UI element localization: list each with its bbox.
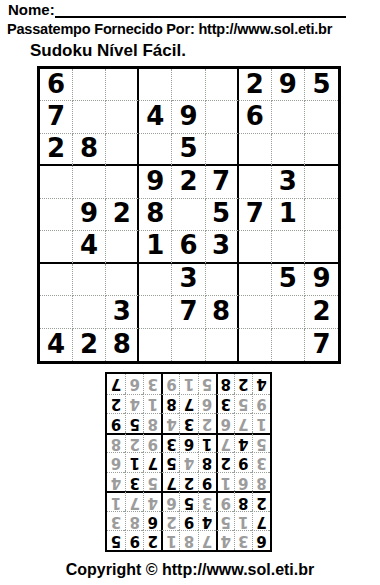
sudoku-cell-r1c5	[172, 69, 205, 101]
sudoku-cell-r5c6: 5	[206, 199, 239, 231]
sudoku-cell-r5c8: 1	[272, 199, 305, 231]
sudoku-cell-r5c9	[305, 199, 338, 231]
answer-cell-r3c8: 7	[125, 491, 143, 511]
sudoku-cell-r4c7	[239, 166, 272, 198]
answer-cell-r5c7: 7	[143, 452, 161, 472]
sudoku-cell-r9c1: 4	[40, 329, 73, 361]
sudoku-cell-r5c5	[172, 199, 205, 231]
sudoku-cell-r6c2: 4	[73, 231, 106, 263]
answer-cell-r1c1: 6	[252, 530, 270, 550]
answer-cell-r6c9: 8	[107, 433, 125, 453]
sudoku-cell-r9c7	[239, 329, 272, 361]
answer-cell-r8c2: 5	[234, 394, 252, 414]
sudoku-cell-r4c2	[73, 166, 106, 198]
answer-cell-r2c8: 8	[125, 511, 143, 531]
sudoku-cell-r1c1: 6	[40, 69, 73, 101]
sudoku-cell-r7c2	[73, 264, 106, 296]
sudoku-cell-r1c6	[206, 69, 239, 101]
answer-cell-r1c7: 2	[143, 530, 161, 550]
sudoku-cell-r7c8: 5	[272, 264, 305, 296]
sudoku-cell-r5c3: 2	[106, 199, 139, 231]
answer-cell-r5c9: 6	[107, 452, 125, 472]
answer-cell-r6c5: 6	[179, 433, 197, 453]
sudoku-cell-r9c4	[139, 329, 172, 361]
answer-cell-r7c8: 5	[125, 413, 143, 433]
name-fill-line	[55, 2, 346, 18]
sudoku-cell-r2c4: 4	[139, 101, 172, 133]
answer-cell-r7c7: 8	[143, 413, 161, 433]
answer-cell-r4c2: 6	[234, 472, 252, 492]
sudoku-cell-r4c8: 3	[272, 166, 305, 198]
sudoku-cell-r6c9	[305, 231, 338, 263]
answer-cell-r8c3: 3	[216, 394, 234, 414]
sudoku-cell-r1c2	[73, 69, 106, 101]
sudoku-cell-r9c9: 7	[305, 329, 338, 361]
sudoku-grid: 629574962859273928571416335937824287	[37, 66, 341, 364]
answer-cell-r4c1: 8	[252, 472, 270, 492]
answer-cell-r9c6: 9	[161, 374, 179, 394]
answer-cell-r4c9: 4	[107, 472, 125, 492]
answer-cell-r1c4: 7	[198, 530, 216, 550]
sudoku-cell-r9c5	[172, 329, 205, 361]
sudoku-cell-r8c3: 3	[106, 296, 139, 328]
sudoku-cell-r9c3: 8	[106, 329, 139, 361]
answer-cell-r4c6: 7	[161, 472, 179, 492]
answer-cell-r9c1: 4	[252, 374, 270, 394]
answer-cell-r1c2: 3	[234, 530, 252, 550]
answer-cell-r3c9: 1	[107, 491, 125, 511]
answer-cell-r6c1: 5	[252, 433, 270, 453]
sudoku-cell-r4c1	[40, 166, 73, 198]
answer-cell-r1c3: 4	[216, 530, 234, 550]
answer-cell-r5c5: 4	[179, 452, 197, 472]
sudoku-cell-r7c7	[239, 264, 272, 296]
answer-cell-r6c6: 3	[161, 433, 179, 453]
answer-cell-r7c6: 4	[161, 413, 179, 433]
answer-cell-r8c5: 7	[179, 394, 197, 414]
sudoku-cell-r2c6	[206, 101, 239, 133]
answer-cell-r2c1: 7	[252, 511, 270, 531]
sudoku-cell-r9c6	[206, 329, 239, 361]
answer-cell-r3c2: 8	[234, 491, 252, 511]
answer-cell-r1c8: 9	[125, 530, 143, 550]
answer-cell-r3c4: 3	[198, 491, 216, 511]
answer-cell-r3c3: 9	[216, 491, 234, 511]
page-title: Sudoku Nível Fácil.	[30, 41, 186, 61]
answer-cell-r2c3: 5	[216, 511, 234, 531]
sudoku-cell-r4c5: 2	[172, 166, 205, 198]
sudoku-cell-r3c7	[239, 134, 272, 166]
answer-cell-r8c1: 9	[252, 394, 270, 414]
answer-cell-r9c2: 2	[234, 374, 252, 394]
answer-cell-r2c7: 6	[143, 511, 161, 531]
provider-line: Passatempo Fornecido Por: http://www.sol…	[7, 21, 377, 37]
answer-cell-r6c7: 9	[143, 433, 161, 453]
answer-cell-r6c3: 7	[216, 433, 234, 453]
sudoku-cell-r3c9	[305, 134, 338, 166]
answer-cell-r3c6: 6	[161, 491, 179, 511]
sudoku-cell-r6c7	[239, 231, 272, 263]
answer-cell-r2c5: 9	[179, 511, 197, 531]
sudoku-cell-r3c2: 8	[73, 134, 106, 166]
sudoku-cell-r5c1	[40, 199, 73, 231]
answer-cell-r7c9: 9	[107, 413, 125, 433]
sudoku-cell-r8c8	[272, 296, 305, 328]
sudoku-cell-r7c3	[106, 264, 139, 296]
sudoku-cell-r2c2	[73, 101, 106, 133]
sudoku-cell-r2c8	[272, 101, 305, 133]
sudoku-cell-r8c1	[40, 296, 73, 328]
sudoku-cell-r6c3	[106, 231, 139, 263]
answer-cell-r5c8: 1	[125, 452, 143, 472]
answer-cell-r9c4: 5	[198, 374, 216, 394]
sudoku-cell-r3c5: 5	[172, 134, 205, 166]
sudoku-cell-r2c1: 7	[40, 101, 73, 133]
answer-cell-r9c7: 3	[143, 374, 161, 394]
answer-cell-r2c2: 1	[234, 511, 252, 531]
sudoku-cell-r7c6	[206, 264, 239, 296]
answer-cell-r5c3: 2	[216, 452, 234, 472]
sudoku-cell-r4c6: 7	[206, 166, 239, 198]
answer-cell-r7c2: 7	[234, 413, 252, 433]
answer-cell-r2c4: 4	[198, 511, 216, 531]
answer-cell-r8c7: 1	[143, 394, 161, 414]
sudoku-cell-r5c7: 7	[239, 199, 272, 231]
answer-cell-r8c8: 4	[125, 394, 143, 414]
sudoku-cell-r1c9: 5	[305, 69, 338, 101]
sudoku-cell-r4c4: 9	[139, 166, 172, 198]
sudoku-cell-r3c6	[206, 134, 239, 166]
name-row: Nome:	[8, 2, 346, 18]
sudoku-cell-r8c7	[239, 296, 272, 328]
sudoku-cell-r4c9	[305, 166, 338, 198]
answer-cell-r8c4: 6	[198, 394, 216, 414]
sudoku-cell-r2c5: 9	[172, 101, 205, 133]
sudoku-cell-r3c3	[106, 134, 139, 166]
sudoku-cell-r7c9: 9	[305, 264, 338, 296]
answer-cell-r3c7: 4	[143, 491, 161, 511]
answer-cell-r6c2: 4	[234, 433, 252, 453]
answer-cell-r8c9: 2	[107, 394, 125, 414]
answer-cell-r4c8: 3	[125, 472, 143, 492]
answer-cell-r5c6: 5	[161, 452, 179, 472]
answer-cell-r2c9: 3	[107, 511, 125, 531]
sudoku-cell-r8c4	[139, 296, 172, 328]
answer-cell-r6c4: 1	[198, 433, 216, 453]
sudoku-cell-r2c3	[106, 101, 139, 133]
sudoku-cell-r3c8	[272, 134, 305, 166]
answer-cell-r9c3: 8	[216, 374, 234, 394]
answer-cell-r1c5: 8	[179, 530, 197, 550]
sudoku-cell-r8c6: 8	[206, 296, 239, 328]
sudoku-cell-r6c6: 3	[206, 231, 239, 263]
sudoku-cell-r3c4	[139, 134, 172, 166]
answer-cell-r2c6: 2	[161, 511, 179, 531]
sudoku-cell-r6c1	[40, 231, 73, 263]
answer-cell-r8c6: 8	[161, 394, 179, 414]
sudoku-cell-r3c1: 2	[40, 134, 73, 166]
answer-cell-r9c5: 1	[179, 374, 197, 394]
answer-cell-r7c4: 2	[198, 413, 216, 433]
sudoku-cell-r9c8	[272, 329, 305, 361]
name-label: Nome:	[8, 2, 55, 18]
sudoku-cell-r1c3	[106, 69, 139, 101]
answer-cell-r7c5: 3	[179, 413, 197, 433]
answer-cell-r6c8: 2	[125, 433, 143, 453]
sudoku-cell-r1c4	[139, 69, 172, 101]
copyright: Copyright © http://www.sol.eti.br	[0, 561, 380, 579]
answer-cell-r5c2: 9	[234, 452, 252, 472]
answer-cell-r5c1: 3	[252, 452, 270, 472]
sudoku-cell-r6c5: 6	[172, 231, 205, 263]
answer-cell-r7c1: 1	[252, 413, 270, 433]
sudoku-cell-r8c2	[73, 296, 106, 328]
answer-cell-r4c4: 9	[198, 472, 216, 492]
sudoku-cell-r5c2: 9	[73, 199, 106, 231]
sudoku-cell-r7c5: 3	[172, 264, 205, 296]
answer-key-grid: 6347812957154926832893564718619275343928…	[105, 372, 272, 552]
answer-cell-r9c8: 6	[125, 374, 143, 394]
sudoku-cell-r5c4: 8	[139, 199, 172, 231]
sudoku-cell-r7c1	[40, 264, 73, 296]
answer-cell-r5c4: 8	[198, 452, 216, 472]
sudoku-cell-r4c3	[106, 166, 139, 198]
sudoku-cell-r7c4	[139, 264, 172, 296]
answer-cell-r4c3: 1	[216, 472, 234, 492]
answer-cell-r4c5: 2	[179, 472, 197, 492]
sudoku-cell-r6c8	[272, 231, 305, 263]
answer-cell-r3c5: 5	[179, 491, 197, 511]
sudoku-cell-r8c5: 7	[172, 296, 205, 328]
answer-cell-r4c7: 5	[143, 472, 161, 492]
answer-cell-r1c6: 1	[161, 530, 179, 550]
puzzle-sheet: Nome: Passatempo Fornecido Por: http://w…	[0, 0, 380, 585]
answer-cell-r9c9: 7	[107, 374, 125, 394]
sudoku-cell-r8c9: 2	[305, 296, 338, 328]
answer-cell-r1c9: 5	[107, 530, 125, 550]
sudoku-cell-r2c9	[305, 101, 338, 133]
sudoku-cell-r1c7: 2	[239, 69, 272, 101]
sudoku-cell-r6c4: 1	[139, 231, 172, 263]
answer-cell-r7c3: 6	[216, 413, 234, 433]
sudoku-cell-r9c2: 2	[73, 329, 106, 361]
sudoku-cell-r1c8: 9	[272, 69, 305, 101]
answer-cell-r3c1: 2	[252, 491, 270, 511]
sudoku-cell-r2c7: 6	[239, 101, 272, 133]
